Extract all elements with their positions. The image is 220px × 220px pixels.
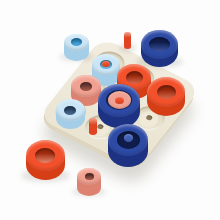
board-r3c1-lightblue-ring[interactable] xyxy=(56,99,85,129)
board-r3c2-red-peg[interactable] xyxy=(89,118,97,135)
offboard-red-ring-bottom-left-hole xyxy=(35,148,55,163)
board-r3c3-navy-ring-on-blue-peg-top-face xyxy=(108,124,148,156)
board-r2c2-navy-ring-salmon-ring-red-peg-top-face xyxy=(98,84,140,117)
offboard-salmon-ring-bottom-center[interactable] xyxy=(77,168,101,196)
offboard-red-ring-bottom-left-top-face xyxy=(26,140,65,171)
offboard-lightblue-ring-top-left-hole xyxy=(71,38,82,46)
offboard-lightblue-ring-top-left-top-face xyxy=(64,34,89,51)
offboard-navy-ring-top-right[interactable] xyxy=(141,30,178,67)
offboard-red-peg-top-center-top-face xyxy=(124,32,131,37)
board-r1c3-red-ring-top-face xyxy=(147,77,185,107)
board-r1c3-red-ring[interactable] xyxy=(147,77,185,116)
board-r3c1-lightblue-ring-hole xyxy=(64,106,76,115)
board-r1c2-red-ring-hole xyxy=(126,71,143,84)
board-r3c2-red-peg-top-face xyxy=(89,118,97,124)
offboard-navy-ring-top-right-top-face xyxy=(141,30,178,59)
board-r2c1-salmon-ring-top-face xyxy=(71,75,101,97)
offboard-salmon-ring-bottom-center-hole xyxy=(85,173,94,180)
offboard-salmon-ring-bottom-center-top-face xyxy=(77,168,101,185)
offboard-red-ring-bottom-left[interactable] xyxy=(26,140,65,180)
board-r3c1-lightblue-ring-top-face xyxy=(56,99,85,121)
toy-scene xyxy=(0,0,220,220)
board-r1c1-lightblue-ring-on-red-peg-stacked-layer-1 xyxy=(102,61,110,67)
offboard-lightblue-ring-top-left[interactable] xyxy=(64,34,89,61)
board-r1c3-red-ring-hole xyxy=(157,85,176,99)
board-r2c1-salmon-ring-hole xyxy=(80,82,92,91)
offboard-red-peg-top-center[interactable] xyxy=(124,32,131,49)
board-r3c3-navy-ring-on-blue-peg-stacked-layer-1 xyxy=(124,134,133,142)
board-r2c2-navy-ring-salmon-ring-red-peg-stacked-layer-2 xyxy=(115,97,124,104)
board-r2c2-navy-ring-salmon-ring-red-peg[interactable] xyxy=(98,84,140,128)
board-r3c3-navy-ring-on-blue-peg[interactable] xyxy=(108,124,148,167)
board-r1c1-lightblue-ring-on-red-peg-top-face xyxy=(92,54,120,75)
offboard-navy-ring-top-right-hole xyxy=(149,37,170,52)
